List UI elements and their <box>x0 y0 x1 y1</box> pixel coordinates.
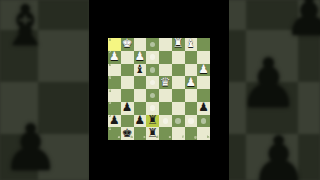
square-d7[interactable] <box>146 51 159 64</box>
square-c1[interactable]: c <box>134 127 147 140</box>
move-hint-dot[interactable] <box>150 54 155 59</box>
rank-label-5: 5 <box>109 77 111 80</box>
square-b8[interactable]: ♚ <box>121 38 134 51</box>
move-hint-dot[interactable] <box>150 42 155 47</box>
white-pawn[interactable]: ♟ <box>198 64 209 76</box>
rank-label-3: 3 <box>109 102 111 105</box>
square-h1[interactable]: h <box>197 127 210 140</box>
move-hint-dot[interactable] <box>150 105 155 110</box>
square-b7[interactable] <box>121 51 134 64</box>
file-label-d: d <box>156 136 158 139</box>
square-e3[interactable] <box>159 102 172 115</box>
square-a5[interactable]: 5 <box>108 76 121 89</box>
square-a7[interactable]: 7♟ <box>108 51 121 64</box>
rank-label-8: 8 <box>109 39 111 42</box>
square-h2[interactable] <box>197 115 210 128</box>
video-frame: ♝♟♟♟♟ 8♚♜♝7♟♟6♝♟5♛♟43♟♟2♟♟♜1ab♚cd♜efgh <box>0 0 320 180</box>
white-rook[interactable]: ♜ <box>173 38 184 50</box>
square-c4[interactable] <box>134 89 147 102</box>
square-a4[interactable]: 4 <box>108 89 121 102</box>
square-g5[interactable]: ♟ <box>185 76 198 89</box>
square-h3[interactable]: ♟ <box>197 102 210 115</box>
square-f7[interactable] <box>172 51 185 64</box>
square-c2[interactable]: ♟ <box>134 115 147 128</box>
square-f8[interactable]: ♜ <box>172 38 185 51</box>
blurred-black-bishop: ♝ <box>0 0 50 54</box>
move-hint-dot[interactable] <box>150 67 155 72</box>
file-label-c: c <box>144 136 146 139</box>
black-bishop[interactable]: ♝ <box>135 64 146 76</box>
white-king[interactable]: ♚ <box>122 38 133 50</box>
rank-label-4: 4 <box>109 90 111 93</box>
square-d5[interactable] <box>146 76 159 89</box>
square-g8[interactable]: ♝ <box>185 38 198 51</box>
file-label-g: g <box>194 136 196 139</box>
square-f5[interactable] <box>172 76 185 89</box>
file-label-b: b <box>130 136 132 139</box>
move-hint-dot[interactable] <box>163 118 168 123</box>
square-c6[interactable]: ♝ <box>134 64 147 77</box>
square-d4[interactable] <box>146 89 159 102</box>
move-hint-dot[interactable] <box>175 118 180 123</box>
square-a1[interactable]: 1a <box>108 127 121 140</box>
move-hint-dot[interactable] <box>201 118 206 123</box>
white-pawn[interactable]: ♟ <box>186 77 197 89</box>
square-h8[interactable] <box>197 38 210 51</box>
black-rook[interactable]: ♜ <box>147 115 158 127</box>
square-b3[interactable]: ♟ <box>121 102 134 115</box>
white-bishop[interactable]: ♝ <box>186 38 197 50</box>
black-pawn[interactable]: ♟ <box>122 102 133 114</box>
blurred-black-pawn: ♟ <box>2 116 59 180</box>
square-b6[interactable] <box>121 64 134 77</box>
rank-label-1: 1 <box>109 128 111 131</box>
blurred-black-pawn: ♟ <box>238 50 299 118</box>
square-g7[interactable] <box>185 51 198 64</box>
square-e2[interactable] <box>159 115 172 128</box>
blurred-black-pawn: ♟ <box>284 0 320 44</box>
move-hint-dot[interactable] <box>188 118 193 123</box>
chess-board[interactable]: 8♚♜♝7♟♟6♝♟5♛♟43♟♟2♟♟♜1ab♚cd♜efgh <box>108 38 210 140</box>
square-e1[interactable]: e <box>159 127 172 140</box>
square-d8[interactable] <box>146 38 159 51</box>
square-g3[interactable] <box>185 102 198 115</box>
square-d1[interactable]: d♜ <box>146 127 159 140</box>
blurred-black-pawn: ♟ <box>250 128 307 180</box>
square-e5[interactable]: ♛ <box>159 76 172 89</box>
square-h6[interactable]: ♟ <box>197 64 210 77</box>
square-f2[interactable] <box>172 115 185 128</box>
square-g1[interactable]: g <box>185 127 198 140</box>
rank-label-6: 6 <box>109 64 111 67</box>
file-label-e: e <box>169 136 171 139</box>
square-g4[interactable] <box>185 89 198 102</box>
file-label-h: h <box>207 136 209 139</box>
black-pawn[interactable]: ♟ <box>135 115 146 127</box>
black-pawn[interactable]: ♟ <box>198 102 209 114</box>
square-g2[interactable] <box>185 115 198 128</box>
square-c5[interactable] <box>134 76 147 89</box>
square-f3[interactable] <box>172 102 185 115</box>
square-b5[interactable] <box>121 76 134 89</box>
square-a6[interactable]: 6 <box>108 64 121 77</box>
square-b1[interactable]: b♚ <box>121 127 134 140</box>
rank-label-7: 7 <box>109 51 111 54</box>
white-queen[interactable]: ♛ <box>160 77 171 89</box>
square-a2[interactable]: 2♟ <box>108 115 121 128</box>
file-label-a: a <box>118 136 120 139</box>
move-hint-dot[interactable] <box>150 80 155 85</box>
square-e4[interactable] <box>159 89 172 102</box>
square-d6[interactable] <box>146 64 159 77</box>
square-e7[interactable] <box>159 51 172 64</box>
square-e8[interactable] <box>159 38 172 51</box>
square-f1[interactable]: f <box>172 127 185 140</box>
rank-label-2: 2 <box>109 115 111 118</box>
move-hint-dot[interactable] <box>150 93 155 98</box>
square-h5[interactable] <box>197 76 210 89</box>
square-f6[interactable] <box>172 64 185 77</box>
square-f4[interactable] <box>172 89 185 102</box>
